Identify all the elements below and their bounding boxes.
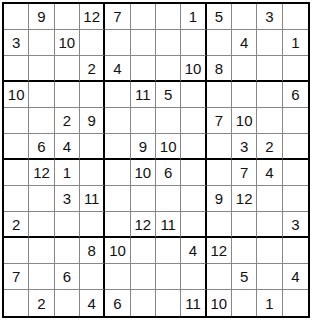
cell-r11c6[interactable] <box>131 264 156 290</box>
cell-r3c1[interactable] <box>4 56 29 82</box>
cell-r11c8[interactable] <box>181 264 206 290</box>
cell-r2c7[interactable] <box>156 30 181 56</box>
cell-r6c11[interactable]: 2 <box>257 134 282 160</box>
cell-r2c11[interactable] <box>257 30 282 56</box>
cell-r7c12[interactable] <box>283 160 308 186</box>
cell-r6c7[interactable]: 10 <box>156 134 181 160</box>
cell-r10c5[interactable]: 10 <box>105 238 130 264</box>
cell-r11c11[interactable] <box>257 264 282 290</box>
cell-r1c2[interactable]: 9 <box>29 4 54 30</box>
cell-r12c1[interactable] <box>4 290 29 316</box>
cell-r2c1[interactable]: 3 <box>4 30 29 56</box>
cell-r6c5[interactable] <box>105 134 130 160</box>
cell-r4c6[interactable]: 11 <box>131 82 156 108</box>
cell-r3c10[interactable] <box>232 56 257 82</box>
cell-r3c12[interactable] <box>283 56 308 82</box>
cell-r7c11[interactable]: 4 <box>257 160 282 186</box>
cell-r12c7[interactable] <box>156 290 181 316</box>
cell-r5c6[interactable] <box>131 108 156 134</box>
cell-r9c1[interactable]: 2 <box>4 212 29 238</box>
cell-r10c6[interactable] <box>131 238 156 264</box>
cell-r4c12[interactable]: 6 <box>283 82 308 108</box>
cell-r2c12[interactable]: 1 <box>283 30 308 56</box>
cell-r8c8[interactable] <box>181 186 206 212</box>
cell-r6c9[interactable] <box>207 134 232 160</box>
cell-r10c2[interactable] <box>29 238 54 264</box>
cell-r10c10[interactable] <box>232 238 257 264</box>
cell-r3c6[interactable] <box>131 56 156 82</box>
cell-r7c4[interactable] <box>80 160 105 186</box>
sudoku-page: 9127153310412410810115629710649103212110… <box>0 0 312 320</box>
cell-r12c9[interactable]: 10 <box>207 290 232 316</box>
cell-r5c4[interactable]: 9 <box>80 108 105 134</box>
cell-r7c7[interactable]: 6 <box>156 160 181 186</box>
cell-r3c4[interactable]: 2 <box>80 56 105 82</box>
cell-r4c9[interactable] <box>207 82 232 108</box>
cell-r6c3[interactable]: 4 <box>55 134 80 160</box>
cell-r10c7[interactable] <box>156 238 181 264</box>
cell-r7c8[interactable] <box>181 160 206 186</box>
cell-r5c11[interactable] <box>257 108 282 134</box>
cell-r11c5[interactable] <box>105 264 130 290</box>
cell-r4c5[interactable] <box>105 82 130 108</box>
cell-r10c11[interactable] <box>257 238 282 264</box>
cell-r1c9[interactable]: 5 <box>207 4 232 30</box>
cell-r9c2[interactable] <box>29 212 54 238</box>
cell-r3c11[interactable] <box>257 56 282 82</box>
cell-r3c2[interactable] <box>29 56 54 82</box>
cell-r1c5[interactable]: 7 <box>105 4 130 30</box>
cell-r9c11[interactable] <box>257 212 282 238</box>
cell-r3c3[interactable] <box>55 56 80 82</box>
cell-r10c8[interactable]: 4 <box>181 238 206 264</box>
cell-r4c3[interactable] <box>55 82 80 108</box>
cell-r2c6[interactable] <box>131 30 156 56</box>
cell-r4c10[interactable] <box>232 82 257 108</box>
cell-r9c10[interactable] <box>232 212 257 238</box>
cell-r9c7[interactable]: 11 <box>156 212 181 238</box>
cell-r11c10[interactable]: 5 <box>232 264 257 290</box>
cell-r1c3[interactable] <box>55 4 80 30</box>
cell-r3c7[interactable] <box>156 56 181 82</box>
cell-r1c7[interactable] <box>156 4 181 30</box>
cell-r8c3[interactable]: 3 <box>55 186 80 212</box>
cell-r12c6[interactable] <box>131 290 156 316</box>
cell-r8c11[interactable] <box>257 186 282 212</box>
cell-r1c6[interactable] <box>131 4 156 30</box>
sudoku-board: 9127153310412410810115629710649103212110… <box>2 2 310 318</box>
cell-r2c2[interactable] <box>29 30 54 56</box>
cell-r10c1[interactable] <box>4 238 29 264</box>
cell-r7c2[interactable]: 12 <box>29 160 54 186</box>
cell-r10c12[interactable] <box>283 238 308 264</box>
cell-r6c12[interactable] <box>283 134 308 160</box>
cell-r4c4[interactable] <box>80 82 105 108</box>
cell-r8c1[interactable] <box>4 186 29 212</box>
cell-r4c11[interactable] <box>257 82 282 108</box>
cell-r2c9[interactable] <box>207 30 232 56</box>
cell-r12c10[interactable] <box>232 290 257 316</box>
cell-r9c4[interactable] <box>80 212 105 238</box>
cell-r7c9[interactable] <box>207 160 232 186</box>
cell-r8c6[interactable] <box>131 186 156 212</box>
cell-r7c1[interactable] <box>4 160 29 186</box>
cell-r11c4[interactable] <box>80 264 105 290</box>
cell-r11c7[interactable] <box>156 264 181 290</box>
cell-r7c6[interactable]: 10 <box>131 160 156 186</box>
cell-r8c2[interactable] <box>29 186 54 212</box>
cell-r1c12[interactable] <box>283 4 308 30</box>
cell-r8c12[interactable] <box>283 186 308 212</box>
cell-r8c4[interactable]: 11 <box>80 186 105 212</box>
cell-r12c12[interactable] <box>283 290 308 316</box>
cell-r2c10[interactable]: 4 <box>232 30 257 56</box>
cell-r6c8[interactable] <box>181 134 206 160</box>
cell-r7c5[interactable] <box>105 160 130 186</box>
cell-r1c11[interactable]: 3 <box>257 4 282 30</box>
cell-r12c3[interactable] <box>55 290 80 316</box>
cell-r9c12[interactable]: 3 <box>283 212 308 238</box>
cell-r5c12[interactable] <box>283 108 308 134</box>
cell-r12c11[interactable]: 1 <box>257 290 282 316</box>
cell-r5c1[interactable] <box>4 108 29 134</box>
cell-r1c10[interactable] <box>232 4 257 30</box>
cell-r3c9[interactable]: 8 <box>207 56 232 82</box>
cell-r5c7[interactable] <box>156 108 181 134</box>
cell-r12c8[interactable]: 11 <box>181 290 206 316</box>
cell-r10c4[interactable]: 8 <box>80 238 105 264</box>
cell-r9c9[interactable] <box>207 212 232 238</box>
cell-r7c10[interactable]: 7 <box>232 160 257 186</box>
cell-r5c2[interactable] <box>29 108 54 134</box>
cell-r6c1[interactable] <box>4 134 29 160</box>
cell-r7c3[interactable]: 1 <box>55 160 80 186</box>
cell-r5c8[interactable] <box>181 108 206 134</box>
cell-r5c10[interactable]: 10 <box>232 108 257 134</box>
cell-r10c9[interactable]: 12 <box>207 238 232 264</box>
cell-r12c4[interactable]: 4 <box>80 290 105 316</box>
cell-r2c3[interactable]: 10 <box>55 30 80 56</box>
cell-r3c8[interactable]: 10 <box>181 56 206 82</box>
cell-r2c5[interactable] <box>105 30 130 56</box>
cell-r5c3[interactable]: 2 <box>55 108 80 134</box>
cell-r8c7[interactable] <box>156 186 181 212</box>
cell-r9c6[interactable]: 12 <box>131 212 156 238</box>
cell-r9c8[interactable] <box>181 212 206 238</box>
cell-r10c3[interactable] <box>55 238 80 264</box>
cell-r1c4[interactable]: 12 <box>80 4 105 30</box>
cell-r6c4[interactable] <box>80 134 105 160</box>
cell-r6c6[interactable]: 9 <box>131 134 156 160</box>
cell-r4c7[interactable]: 5 <box>156 82 181 108</box>
cell-r5c5[interactable] <box>105 108 130 134</box>
cell-r8c9[interactable]: 9 <box>207 186 232 212</box>
cell-r9c5[interactable] <box>105 212 130 238</box>
cell-r9c3[interactable] <box>55 212 80 238</box>
cell-r6c10[interactable]: 3 <box>232 134 257 160</box>
cell-r11c2[interactable] <box>29 264 54 290</box>
cell-r11c3[interactable]: 6 <box>55 264 80 290</box>
cell-r3c5[interactable]: 4 <box>105 56 130 82</box>
cell-r12c5[interactable]: 6 <box>105 290 130 316</box>
cell-r12c2[interactable]: 2 <box>29 290 54 316</box>
cell-r11c9[interactable] <box>207 264 232 290</box>
cell-r11c12[interactable]: 4 <box>283 264 308 290</box>
cell-r2c8[interactable] <box>181 30 206 56</box>
cell-r5c9[interactable]: 7 <box>207 108 232 134</box>
cell-r1c1[interactable] <box>4 4 29 30</box>
cell-r1c8[interactable]: 1 <box>181 4 206 30</box>
cell-r11c1[interactable]: 7 <box>4 264 29 290</box>
cell-r4c1[interactable]: 10 <box>4 82 29 108</box>
cell-r8c5[interactable] <box>105 186 130 212</box>
cell-r2c4[interactable] <box>80 30 105 56</box>
cell-r4c8[interactable] <box>181 82 206 108</box>
cell-r6c2[interactable]: 6 <box>29 134 54 160</box>
cell-r4c2[interactable] <box>29 82 54 108</box>
cell-r8c10[interactable]: 12 <box>232 186 257 212</box>
